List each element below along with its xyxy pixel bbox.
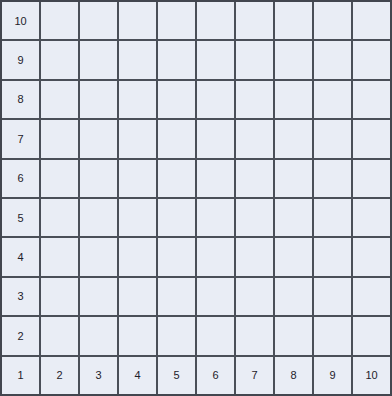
grid-cell-r2-c8[interactable]	[275, 317, 312, 354]
grid-cell-r9-c6[interactable]	[197, 41, 234, 78]
cell-label: 10	[14, 15, 26, 27]
grid-cell-r7-c7[interactable]	[236, 120, 273, 157]
grid-cell-r5-c6[interactable]	[197, 199, 234, 236]
cell-label: 3	[17, 290, 23, 302]
grid-cell-r5-c5[interactable]	[158, 199, 195, 236]
row-label-cell-4: 4	[2, 238, 39, 275]
grid-cell-r9-c8[interactable]	[275, 41, 312, 78]
grid-cell-r8-c4[interactable]	[119, 81, 156, 118]
grid-cell-r3-c5[interactable]	[158, 278, 195, 315]
grid-cell-r6-c10[interactable]	[353, 160, 390, 197]
grid-cell-r10-c9[interactable]	[314, 2, 351, 39]
grid-cell-r5-c10[interactable]	[353, 199, 390, 236]
row-label-cell-3: 3	[2, 278, 39, 315]
grid-cell-r7-c10[interactable]	[353, 120, 390, 157]
grid-cell-r2-c10[interactable]	[353, 317, 390, 354]
grid-cell-r2-c5[interactable]	[158, 317, 195, 354]
grid-cell-r9-c7[interactable]	[236, 41, 273, 78]
grid-cell-r10-c2[interactable]	[41, 2, 78, 39]
cell-label: 8	[290, 369, 296, 381]
col-label-cell-3: 3	[80, 357, 117, 394]
grid-cell-r6-c4[interactable]	[119, 160, 156, 197]
grid-cell-r3-c7[interactable]	[236, 278, 273, 315]
grid-cell-r4-c4[interactable]	[119, 238, 156, 275]
col-label-cell-8: 8	[275, 357, 312, 394]
row-label-cell-2: 2	[2, 317, 39, 354]
cell-label: 6	[17, 172, 23, 184]
grid-cell-r7-c9[interactable]	[314, 120, 351, 157]
cell-label: 4	[17, 251, 23, 263]
grid-cell-r10-c8[interactable]	[275, 2, 312, 39]
cell-label: 3	[95, 369, 101, 381]
grid-cell-r4-c7[interactable]	[236, 238, 273, 275]
col-label-cell-7: 7	[236, 357, 273, 394]
grid-cell-r3-c9[interactable]	[314, 278, 351, 315]
grid-cell-r3-c4[interactable]	[119, 278, 156, 315]
grid-cell-r6-c6[interactable]	[197, 160, 234, 197]
cell-label: 5	[173, 369, 179, 381]
cell-label: 7	[251, 369, 257, 381]
col-label-cell-9: 9	[314, 357, 351, 394]
grid-cell-r7-c2[interactable]	[41, 120, 78, 157]
grid-cell-r9-c2[interactable]	[41, 41, 78, 78]
grid-cell-r8-c10[interactable]	[353, 81, 390, 118]
cell-label: 1	[17, 369, 23, 381]
grid-cell-r4-c6[interactable]	[197, 238, 234, 275]
grid-cell-r6-c3[interactable]	[80, 160, 117, 197]
grid-cell-r8-c2[interactable]	[41, 81, 78, 118]
cell-label: 9	[17, 54, 23, 66]
cell-label: 4	[134, 369, 140, 381]
grid-cell-r7-c8[interactable]	[275, 120, 312, 157]
grid-cell-r4-c3[interactable]	[80, 238, 117, 275]
grid-cell-r6-c2[interactable]	[41, 160, 78, 197]
grid-cell-r5-c7[interactable]	[236, 199, 273, 236]
grid-cell-r8-c5[interactable]	[158, 81, 195, 118]
col-label-cell-6: 6	[197, 357, 234, 394]
grid-cell-r3-c6[interactable]	[197, 278, 234, 315]
grid-cell-r2-c3[interactable]	[80, 317, 117, 354]
row-label-cell-7: 7	[2, 120, 39, 157]
grid-cell-r2-c2[interactable]	[41, 317, 78, 354]
grid-cell-r2-c9[interactable]	[314, 317, 351, 354]
grid-cell-r9-c4[interactable]	[119, 41, 156, 78]
grid-cell-r10-c7[interactable]	[236, 2, 273, 39]
grid-cell-r10-c6[interactable]	[197, 2, 234, 39]
grid-cell-r9-c5[interactable]	[158, 41, 195, 78]
grid-cell-r9-c3[interactable]	[80, 41, 117, 78]
grid-cell-r4-c9[interactable]	[314, 238, 351, 275]
cell-label: 7	[17, 133, 23, 145]
grid-cell-r4-c8[interactable]	[275, 238, 312, 275]
grid-cell-r6-c5[interactable]	[158, 160, 195, 197]
grid-cell-r9-c10[interactable]	[353, 41, 390, 78]
grid-cell-r6-c8[interactable]	[275, 160, 312, 197]
grid-cell-r7-c6[interactable]	[197, 120, 234, 157]
cell-label: 6	[212, 369, 218, 381]
game-board: 109876543212345678910	[0, 0, 392, 396]
grid-cell-r8-c8[interactable]	[275, 81, 312, 118]
grid-cell-r8-c3[interactable]	[80, 81, 117, 118]
grid-cell-r4-c10[interactable]	[353, 238, 390, 275]
grid-cell-r2-c6[interactable]	[197, 317, 234, 354]
cell-label: 2	[56, 369, 62, 381]
cell-label: 2	[17, 330, 23, 342]
grid-cell-r8-c6[interactable]	[197, 81, 234, 118]
col-label-cell-2: 2	[41, 357, 78, 394]
col-label-cell-5: 5	[158, 357, 195, 394]
grid-cell-r7-c5[interactable]	[158, 120, 195, 157]
grid-cell-r8-c9[interactable]	[314, 81, 351, 118]
grid-cell-r10-c4[interactable]	[119, 2, 156, 39]
row-label-cell-6: 6	[2, 160, 39, 197]
grid-cell-r9-c9[interactable]	[314, 41, 351, 78]
cell-label: 8	[17, 93, 23, 105]
col-label-cell-4: 4	[119, 357, 156, 394]
corner-label-cell: 1	[2, 357, 39, 394]
grid-cell-r3-c10[interactable]	[353, 278, 390, 315]
grid-cell-r2-c4[interactable]	[119, 317, 156, 354]
grid-cell-r3-c2[interactable]	[41, 278, 78, 315]
cell-label: 5	[17, 212, 23, 224]
row-label-cell-8: 8	[2, 81, 39, 118]
grid-cell-r5-c9[interactable]	[314, 199, 351, 236]
grid-cell-r10-c10[interactable]	[353, 2, 390, 39]
grid-cell-r6-c7[interactable]	[236, 160, 273, 197]
grid-cell-r10-c5[interactable]	[158, 2, 195, 39]
grid-cell-r10-c3[interactable]	[80, 2, 117, 39]
row-label-cell-5: 5	[2, 199, 39, 236]
grid-cell-r3-c3[interactable]	[80, 278, 117, 315]
row-label-cell-9: 9	[2, 41, 39, 78]
grid-cell-r3-c8[interactable]	[275, 278, 312, 315]
grid-cell-r8-c7[interactable]	[236, 81, 273, 118]
grid-cell-r2-c7[interactable]	[236, 317, 273, 354]
grid-cell-r7-c3[interactable]	[80, 120, 117, 157]
grid-cell-r6-c9[interactable]	[314, 160, 351, 197]
row-label-cell-10: 10	[2, 2, 39, 39]
cell-label: 9	[329, 369, 335, 381]
grid-cell-r5-c8[interactable]	[275, 199, 312, 236]
cell-label: 10	[365, 369, 377, 381]
col-label-cell-10: 10	[353, 357, 390, 394]
grid-cell-r4-c5[interactable]	[158, 238, 195, 275]
grid-cell-r5-c2[interactable]	[41, 199, 78, 236]
grid-cell-r5-c4[interactable]	[119, 199, 156, 236]
grid-cell-r4-c2[interactable]	[41, 238, 78, 275]
grid-cell-r5-c3[interactable]	[80, 199, 117, 236]
grid-cell-r7-c4[interactable]	[119, 120, 156, 157]
